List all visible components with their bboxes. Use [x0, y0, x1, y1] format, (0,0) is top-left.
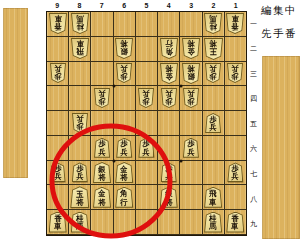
piece-lance-gote[interactable]: 香車 [226, 13, 244, 34]
rank-label-6: 六 [249, 136, 259, 161]
piece-silver-gote[interactable]: 銀将 [182, 63, 200, 84]
cell-4-5[interactable] [158, 111, 180, 136]
piece-pawn-gote[interactable]: 歩兵 [72, 113, 88, 133]
piece-pawn-sente[interactable]: 歩兵 [50, 162, 66, 182]
file-label-7: 7 [91, 1, 113, 10]
cell-1-3[interactable]: 歩兵 [225, 62, 246, 87]
cell-4-6[interactable] [158, 136, 180, 161]
cell-5-5[interactable] [136, 111, 158, 136]
cell-2-8[interactable]: 飛車 [203, 185, 225, 210]
cell-8-8[interactable]: 玉将 [69, 185, 91, 210]
cell-3-9[interactable] [180, 210, 202, 235]
piece-king-sente[interactable]: 玉将 [70, 186, 89, 208]
cell-4-3[interactable]: 金将 [158, 62, 180, 87]
cell-3-3[interactable]: 銀将 [180, 62, 202, 87]
cell-7-7[interactable]: 銀将 [91, 161, 113, 186]
hoshi-dot-1 [113, 85, 116, 88]
cell-7-1[interactable] [91, 12, 113, 37]
cell-6-2[interactable]: 銀将 [114, 37, 136, 62]
cell-5-2[interactable] [136, 37, 158, 62]
piece-pawn-gote[interactable]: 歩兵 [94, 88, 110, 108]
file-label-2: 2 [202, 1, 224, 10]
piece-gold-sente[interactable]: 金将 [93, 187, 111, 208]
piece-pawn-sente[interactable]: 歩兵 [138, 138, 154, 158]
piece-pawn-gote[interactable]: 歩兵 [183, 88, 199, 108]
cell-6-1[interactable] [114, 12, 136, 37]
cell-5-4[interactable]: 歩兵 [136, 86, 158, 111]
cell-7-4[interactable]: 歩兵 [91, 86, 113, 111]
rank-label-8: 八 [249, 186, 259, 211]
piece-bishop-sente[interactable]: 角行 [115, 187, 133, 208]
cell-4-2[interactable]: 角行 [158, 37, 180, 62]
hoshi-dot-2 [180, 85, 183, 88]
cell-8-7[interactable]: 歩兵 [69, 161, 91, 186]
cell-5-6[interactable]: 歩兵 [136, 136, 158, 161]
piece-pawn-gote[interactable]: 歩兵 [161, 88, 177, 108]
piece-pawn-sente[interactable]: 歩兵 [72, 162, 88, 182]
cell-1-2[interactable] [225, 37, 246, 62]
file-label-5: 5 [135, 1, 157, 10]
cell-3-2[interactable]: 金将 [180, 37, 202, 62]
cell-6-6[interactable]: 歩兵 [114, 136, 136, 161]
rank-label-1: 一 [249, 11, 259, 36]
piece-knight-sente[interactable]: 桂馬 [71, 212, 89, 233]
rank-label-7: 七 [249, 161, 259, 186]
piece-pawn-gote[interactable]: 歩兵 [138, 88, 154, 108]
cell-2-5[interactable]: 歩兵 [203, 111, 225, 136]
piece-king-gote[interactable]: 王将 [204, 38, 223, 60]
cell-9-7[interactable]: 歩兵 [47, 161, 69, 186]
rank-label-3: 三 [249, 61, 259, 86]
cell-7-9[interactable] [91, 210, 113, 235]
edit-mode-label: 編集中 [261, 4, 297, 18]
cell-1-8[interactable] [225, 185, 246, 210]
rank-label-2: 二 [249, 36, 259, 61]
cell-2-9[interactable]: 桂馬 [203, 210, 225, 235]
cell-9-3[interactable]: 歩兵 [47, 62, 69, 87]
cell-9-5[interactable] [47, 111, 69, 136]
cell-9-2[interactable] [47, 37, 69, 62]
shogi-board[interactable]: 香車桂馬桂馬香車飛車銀将角行金将王将歩兵歩兵金将銀将歩兵歩兵歩兵歩兵歩兵歩兵歩兵… [46, 11, 247, 236]
komadai-gote[interactable] [3, 8, 28, 178]
cell-5-1[interactable] [136, 12, 158, 37]
rank-label-5: 五 [249, 111, 259, 136]
cell-9-6[interactable] [47, 136, 69, 161]
cell-7-2[interactable] [91, 37, 113, 62]
file-label-9: 9 [46, 1, 68, 10]
piece-rook-sente[interactable]: 飛車 [204, 187, 222, 208]
cell-1-7[interactable]: 歩兵 [225, 161, 246, 186]
file-label-6: 6 [113, 1, 135, 10]
cell-6-4[interactable] [114, 86, 136, 111]
piece-gold-sente[interactable]: 金将 [115, 162, 133, 183]
hoshi-dot-3 [113, 159, 116, 162]
cell-9-4[interactable] [47, 86, 69, 111]
piece-pawn-sente[interactable]: 歩兵 [116, 138, 132, 158]
piece-lance-gote[interactable]: 香車 [49, 13, 67, 34]
piece-silver-sente[interactable]: 銀将 [93, 162, 111, 183]
piece-lance-sente[interactable]: 香車 [226, 212, 244, 233]
cell-4-9[interactable] [158, 210, 180, 235]
cell-4-7[interactable]: 歩兵 [158, 161, 180, 186]
cell-5-3[interactable] [136, 62, 158, 87]
cell-8-3[interactable] [69, 62, 91, 87]
cell-3-8[interactable] [180, 185, 202, 210]
turn-indicator: 先手番 [261, 27, 297, 41]
rank-label-4: 四 [249, 86, 259, 111]
piece-knight-gote[interactable]: 桂馬 [204, 13, 222, 34]
cell-2-2[interactable]: 王将 [203, 37, 225, 62]
cell-6-9[interactable] [114, 210, 136, 235]
cell-1-4[interactable] [225, 86, 246, 111]
cell-6-3[interactable]: 歩兵 [114, 62, 136, 87]
rank-label-9: 九 [249, 211, 259, 236]
shogi-editor-window: 987654321 一二三四五六七八九 香車桂馬桂馬香車飛車銀将角行金将王将歩兵… [0, 0, 300, 239]
cell-9-9[interactable]: 香車 [47, 210, 69, 235]
cell-6-8[interactable]: 角行 [114, 185, 136, 210]
cell-3-7[interactable] [180, 161, 202, 186]
file-label-1: 1 [225, 1, 247, 10]
piece-knight-sente[interactable]: 桂馬 [204, 212, 222, 233]
piece-bishop-gote[interactable]: 角行 [160, 38, 178, 59]
cell-5-8[interactable] [136, 185, 158, 210]
cell-1-5[interactable] [225, 111, 246, 136]
cell-7-6[interactable]: 歩兵 [91, 136, 113, 161]
cell-3-5[interactable] [180, 111, 202, 136]
piece-rook-gote[interactable]: 飛車 [71, 38, 89, 59]
cell-4-4[interactable]: 歩兵 [158, 86, 180, 111]
cell-7-3[interactable] [91, 62, 113, 87]
cell-1-9[interactable]: 香車 [225, 210, 246, 235]
cell-8-4[interactable] [69, 86, 91, 111]
komadai-sente[interactable] [262, 56, 300, 239]
cell-2-4[interactable] [203, 86, 225, 111]
cell-7-8[interactable]: 金将 [91, 185, 113, 210]
cell-4-8[interactable]: 銀将 [158, 185, 180, 210]
cell-8-2[interactable]: 飛車 [69, 37, 91, 62]
cell-8-9[interactable]: 桂馬 [69, 210, 91, 235]
cell-9-1[interactable]: 香車 [47, 12, 69, 37]
piece-pawn-sente[interactable]: 歩兵 [161, 162, 177, 182]
cell-9-8[interactable] [47, 185, 69, 210]
cell-6-7[interactable]: 金将 [114, 161, 136, 186]
cell-4-1[interactable] [158, 12, 180, 37]
hoshi-dot-4 [180, 159, 183, 162]
cell-8-5[interactable]: 歩兵 [69, 111, 91, 136]
cell-8-6[interactable] [69, 136, 91, 161]
cell-5-9[interactable] [136, 210, 158, 235]
cell-1-6[interactable] [225, 136, 246, 161]
cell-3-1[interactable] [180, 12, 202, 37]
cell-1-1[interactable]: 香車 [225, 12, 246, 37]
cell-5-7[interactable] [136, 161, 158, 186]
cell-2-7[interactable] [203, 161, 225, 186]
cell-3-4[interactable]: 歩兵 [180, 86, 202, 111]
piece-pawn-gote[interactable]: 歩兵 [50, 63, 66, 83]
piece-silver-sente[interactable]: 銀将 [160, 187, 178, 208]
cell-2-1[interactable]: 桂馬 [203, 12, 225, 37]
cell-8-1[interactable]: 桂馬 [69, 12, 91, 37]
cell-2-3[interactable]: 歩兵 [203, 62, 225, 87]
cell-7-5[interactable] [91, 111, 113, 136]
file-labels: 987654321 [46, 1, 247, 10]
cell-3-6[interactable]: 歩兵 [180, 136, 202, 161]
file-label-3: 3 [180, 1, 202, 10]
piece-gold-gote[interactable]: 金将 [160, 63, 178, 84]
cell-2-6[interactable] [203, 136, 225, 161]
piece-pawn-sente[interactable]: 歩兵 [94, 138, 110, 158]
file-label-8: 8 [68, 1, 90, 10]
piece-pawn-sente[interactable]: 歩兵 [183, 138, 199, 158]
piece-pawn-gote[interactable]: 歩兵 [227, 63, 243, 83]
piece-pawn-sente[interactable]: 歩兵 [205, 113, 221, 133]
piece-pawn-sente[interactable]: 歩兵 [227, 162, 243, 182]
piece-lance-sente[interactable]: 香車 [49, 212, 67, 233]
piece-pawn-gote[interactable]: 歩兵 [116, 63, 132, 83]
piece-gold-gote[interactable]: 金将 [182, 38, 200, 59]
piece-knight-gote[interactable]: 桂馬 [71, 13, 89, 34]
rank-labels: 一二三四五六七八九 [249, 11, 259, 236]
cell-6-5[interactable] [114, 111, 136, 136]
piece-pawn-gote[interactable]: 歩兵 [205, 63, 221, 83]
piece-silver-gote[interactable]: 銀将 [115, 38, 133, 59]
file-label-4: 4 [158, 1, 180, 10]
